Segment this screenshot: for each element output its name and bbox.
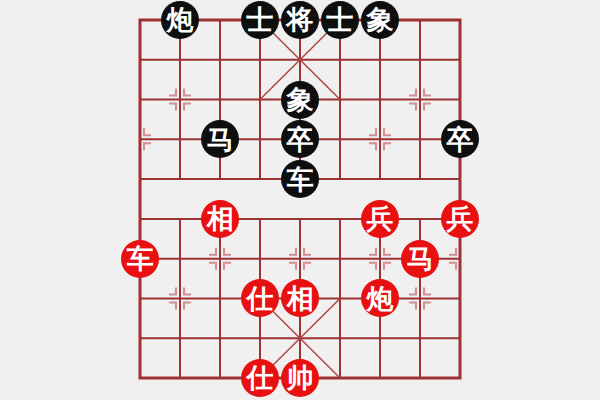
piece-red-advisor[interactable]: 仕 (241, 359, 279, 397)
piece-red-elephant[interactable]: 相 (201, 200, 239, 238)
piece-black-general[interactable]: 将 (281, 1, 319, 39)
piece-red-elephant[interactable]: 相 (281, 279, 319, 317)
piece-black-horse[interactable]: 马 (201, 120, 239, 158)
piece-black-advisor[interactable]: 士 (321, 1, 359, 39)
piece-red-horse[interactable]: 马 (401, 240, 439, 278)
piece-black-advisor[interactable]: 士 (241, 1, 279, 39)
piece-black-pawn[interactable]: 卒 (281, 120, 319, 158)
piece-black-cannon[interactable]: 炮 (161, 1, 199, 39)
board-intersections[interactable]: 炮士将士象象马卒卒车相兵兵车马仕相炮仕帅 (120, 0, 480, 398)
piece-red-pawn[interactable]: 兵 (441, 200, 479, 238)
piece-black-elephant[interactable]: 象 (281, 81, 319, 119)
piece-black-pawn[interactable]: 卒 (441, 120, 479, 158)
piece-red-advisor[interactable]: 仕 (241, 279, 279, 317)
piece-red-cannon[interactable]: 炮 (361, 279, 399, 317)
xiangqi-board[interactable]: 炮士将士象象马卒卒车相兵兵车马仕相炮仕帅 (0, 0, 600, 400)
piece-red-pawn[interactable]: 兵 (361, 200, 399, 238)
piece-red-general[interactable]: 帅 (281, 359, 319, 397)
piece-red-chariot[interactable]: 车 (121, 240, 159, 278)
piece-black-elephant[interactable]: 象 (361, 1, 399, 39)
piece-black-chariot[interactable]: 车 (281, 160, 319, 198)
